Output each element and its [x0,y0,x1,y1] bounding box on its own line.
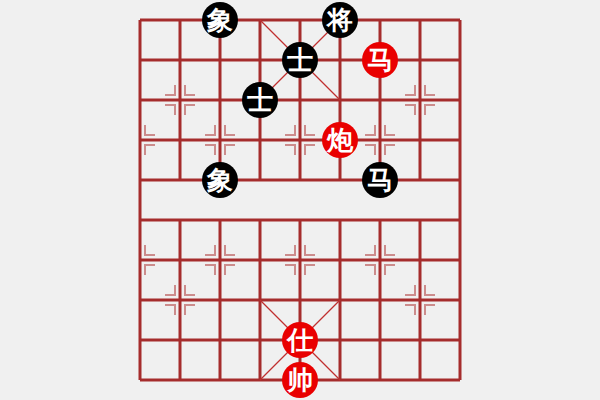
xiangqi-app: 象将士马士炮象马仕帅 [0,0,600,400]
piece-red-cannon[interactable]: 炮 [322,122,358,158]
piece-red-advisor[interactable]: 仕 [282,322,318,358]
piece-black-advisor[interactable]: 士 [282,42,318,78]
piece-black-elephant[interactable]: 象 [202,2,238,38]
piece-black-general[interactable]: 将 [322,2,358,38]
piece-black-horse[interactable]: 马 [362,162,398,198]
piece-black-advisor[interactable]: 士 [242,82,278,118]
piece-red-horse[interactable]: 马 [362,42,398,78]
piece-red-general[interactable]: 帅 [282,362,318,398]
xiangqi-board[interactable]: 象将士马士炮象马仕帅 [120,0,480,400]
piece-black-elephant[interactable]: 象 [202,162,238,198]
